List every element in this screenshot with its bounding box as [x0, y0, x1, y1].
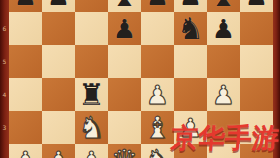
board-square-g5 — [207, 45, 240, 78]
board-square-c5 — [75, 45, 108, 78]
board-square-a4 — [9, 78, 42, 111]
rank-label-4: 4 — [0, 92, 9, 98]
board-square-d3 — [108, 111, 141, 144]
piece-black-pawn-a7: ♟ — [9, 0, 42, 12]
piece-white-knight-c3: ♞ — [75, 111, 108, 144]
piece-white-pawn-b2: ♟ — [42, 144, 75, 158]
board-border-left — [0, 0, 9, 158]
piece-white-queen-d2: ♛ — [108, 144, 141, 158]
piece-white-bishop-e3: ♝ — [141, 111, 174, 144]
piece-black-pawn-b7: ♟ — [42, 0, 75, 12]
piece-black-pawn-d6: ♟ — [108, 12, 141, 45]
board-square-h5 — [240, 45, 273, 78]
board-square-b3 — [42, 111, 75, 144]
board-square-f5 — [174, 45, 207, 78]
board-square-a5 — [9, 45, 42, 78]
board-square-e5 — [141, 45, 174, 78]
board-square-c7 — [75, 0, 108, 12]
board-square-d5 — [108, 45, 141, 78]
board-square-c6 — [75, 12, 108, 45]
watermark-text: 京华手游 — [170, 123, 280, 153]
piece-white-pawn-e4: ♟ — [141, 78, 174, 111]
board-square-b6 — [42, 12, 75, 45]
piece-black-bishop-g7: ♝ — [207, 0, 240, 12]
chessboard-screenshot: ♟♟♝♟♟♝♟♟♞♟♜♟♟♞♝♟♟♟♟♛♞ 京华手游 6543 — [0, 0, 280, 158]
board-square-h4 — [240, 78, 273, 111]
board-square-b4 — [42, 78, 75, 111]
rank-label-6: 6 — [0, 26, 9, 32]
piece-black-pawn-e7: ♟ — [141, 0, 174, 12]
piece-white-pawn-a2: ♟ — [9, 144, 42, 158]
piece-white-pawn-c2: ♟ — [75, 144, 108, 158]
board-square-a6 — [9, 12, 42, 45]
piece-black-bishop-d7: ♝ — [108, 0, 141, 12]
piece-black-rook-c4: ♜ — [75, 78, 108, 111]
board-square-a3 — [9, 111, 42, 144]
board-square-f4 — [174, 78, 207, 111]
board-square-b5 — [42, 45, 75, 78]
piece-white-pawn-g4: ♟ — [207, 78, 240, 111]
piece-black-knight-f6: ♞ — [174, 12, 207, 45]
rank-label-5: 5 — [0, 59, 9, 65]
board-square-e6 — [141, 12, 174, 45]
piece-black-pawn-h7: ♟ — [240, 0, 273, 12]
board-square-h6 — [240, 12, 273, 45]
piece-black-pawn-g6: ♟ — [207, 12, 240, 45]
rank-label-3: 3 — [0, 125, 9, 131]
board-square-d4 — [108, 78, 141, 111]
